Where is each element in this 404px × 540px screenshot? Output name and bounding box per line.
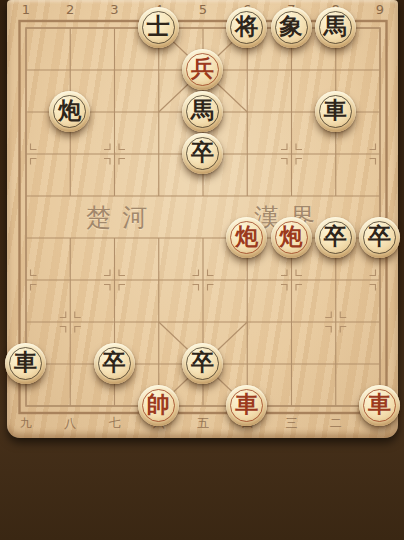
piece-character: 卒 xyxy=(368,225,391,248)
piece-red-兵[interactable]: 兵 xyxy=(182,49,223,90)
river-text-chu-he: 楚河 xyxy=(86,203,158,233)
piece-character: 馬 xyxy=(191,99,214,122)
piece-black-馬[interactable]: 馬 xyxy=(182,91,223,132)
file-label-bottom-二: 二 xyxy=(330,415,342,432)
piece-black-卒[interactable]: 卒 xyxy=(94,343,135,384)
piece-black-象[interactable]: 象 xyxy=(271,7,312,48)
file-label-top-1: 1 xyxy=(22,2,30,17)
file-label-bottom-三: 三 xyxy=(286,415,298,432)
piece-character: 車 xyxy=(235,393,258,416)
file-label-top-3: 3 xyxy=(110,2,118,17)
file-label-top-2: 2 xyxy=(66,2,74,17)
file-label-top-9: 9 xyxy=(376,2,384,17)
piece-black-車[interactable]: 車 xyxy=(315,91,356,132)
piece-character: 卒 xyxy=(191,351,214,374)
piece-black-卒[interactable]: 卒 xyxy=(359,217,400,258)
file-label-bottom-五: 五 xyxy=(197,415,209,432)
piece-black-車[interactable]: 車 xyxy=(5,343,46,384)
piece-character: 帥 xyxy=(147,393,170,416)
piece-red-炮[interactable]: 炮 xyxy=(271,217,312,258)
piece-character: 卒 xyxy=(324,225,347,248)
piece-character: 炮 xyxy=(280,225,303,248)
piece-red-車[interactable]: 車 xyxy=(226,385,267,426)
piece-red-帥[interactable]: 帥 xyxy=(138,385,179,426)
piece-character: 車 xyxy=(324,99,347,122)
piece-character: 卒 xyxy=(103,351,126,374)
file-label-top-5: 5 xyxy=(199,2,207,17)
piece-character: 士 xyxy=(147,15,170,38)
piece-character: 象 xyxy=(280,15,303,38)
piece-black-士[interactable]: 士 xyxy=(138,7,179,48)
piece-black-馬[interactable]: 馬 xyxy=(315,7,356,48)
piece-character: 卒 xyxy=(191,141,214,164)
piece-black-卒[interactable]: 卒 xyxy=(315,217,356,258)
piece-red-車[interactable]: 車 xyxy=(359,385,400,426)
piece-black-卒[interactable]: 卒 xyxy=(182,133,223,174)
piece-black-炮[interactable]: 炮 xyxy=(49,91,90,132)
file-label-bottom-七: 七 xyxy=(109,415,121,432)
status-bar: 步数:0 00:03 评论300 游侠网 xyxy=(0,438,404,540)
file-label-bottom-八: 八 xyxy=(64,415,76,432)
piece-character: 炮 xyxy=(58,99,81,122)
piece-black-卒[interactable]: 卒 xyxy=(182,343,223,384)
piece-black-将[interactable]: 将 xyxy=(226,7,267,48)
piece-character: 兵 xyxy=(191,57,214,80)
piece-character: 将 xyxy=(235,15,258,38)
piece-character: 車 xyxy=(14,351,37,374)
piece-character: 炮 xyxy=(235,225,258,248)
piece-red-炮[interactable]: 炮 xyxy=(226,217,267,258)
piece-character: 馬 xyxy=(324,15,347,38)
piece-character: 車 xyxy=(368,393,391,416)
file-label-bottom-九: 九 xyxy=(20,415,32,432)
